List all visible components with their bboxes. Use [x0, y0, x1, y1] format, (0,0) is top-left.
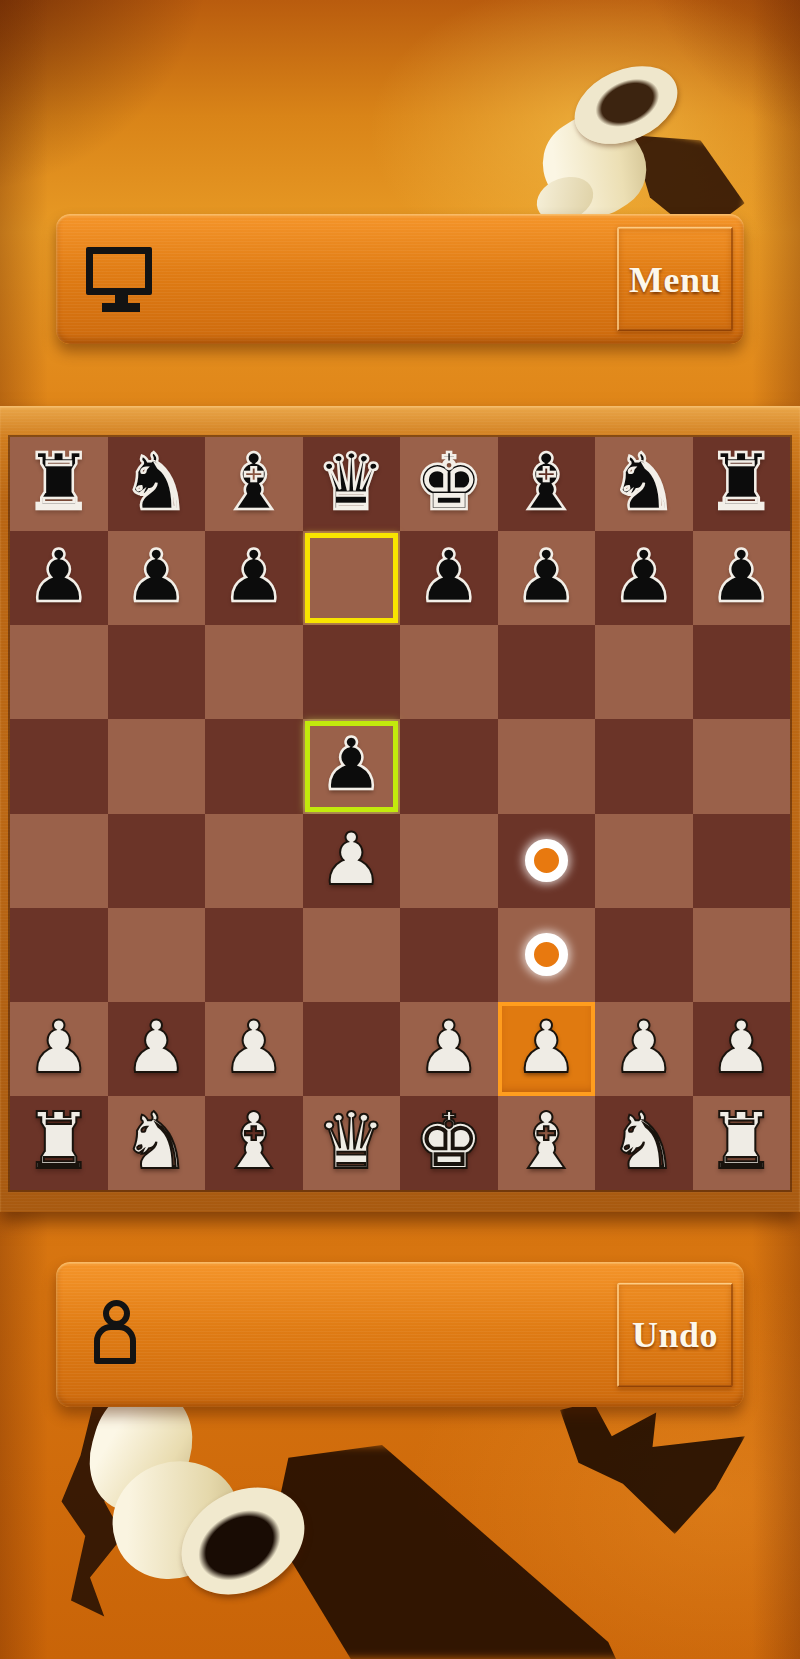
white-rook-a1: ♜ [24, 1102, 94, 1180]
menu-button[interactable]: Menu [617, 227, 733, 332]
undo-button-label: Undo [632, 1314, 718, 1356]
square-h4[interactable] [693, 814, 791, 908]
square-a2[interactable]: ♟ [10, 1002, 108, 1096]
square-b3[interactable] [108, 908, 206, 1002]
black-knight-g8: ♞ [609, 443, 679, 521]
square-a8[interactable]: ♜ [10, 437, 108, 531]
square-d4[interactable]: ♟ [303, 814, 401, 908]
square-c8[interactable]: ♝ [205, 437, 303, 531]
square-e4[interactable] [400, 814, 498, 908]
square-h2[interactable]: ♟ [693, 1002, 791, 1096]
square-f3[interactable] [498, 908, 596, 1002]
white-queen-d1: ♛ [316, 1102, 386, 1180]
square-d7[interactable] [303, 531, 401, 625]
white-bishop-c1: ♝ [219, 1102, 289, 1180]
white-bishop-f1: ♝ [511, 1102, 581, 1180]
square-c5[interactable] [205, 719, 303, 813]
white-king-e1: ♚ [414, 1102, 484, 1180]
board-squares: ♜♞♝♛♚♝♞♜♟♟♟♟♟♟♟♟♟♟♟♟♟♟♟♟♜♞♝♛♚♝♞♜ [10, 437, 790, 1190]
white-pawn-g2: ♟ [611, 1011, 676, 1083]
square-f6[interactable] [498, 625, 596, 719]
knight-shadow-right-bottom [560, 1402, 745, 1534]
square-a7[interactable]: ♟ [10, 531, 108, 625]
square-d8[interactable]: ♛ [303, 437, 401, 531]
undo-button[interactable]: Undo [617, 1282, 733, 1387]
black-rook-h8: ♜ [706, 443, 776, 521]
square-e2[interactable]: ♟ [400, 1002, 498, 1096]
black-pawn-e7: ♟ [416, 540, 481, 612]
square-f7[interactable]: ♟ [498, 531, 596, 625]
square-c3[interactable] [205, 908, 303, 1002]
square-b6[interactable] [108, 625, 206, 719]
square-b7[interactable]: ♟ [108, 531, 206, 625]
square-b5[interactable] [108, 719, 206, 813]
square-a1[interactable]: ♜ [10, 1096, 108, 1190]
square-f8[interactable]: ♝ [498, 437, 596, 531]
white-knight-b1: ♞ [121, 1102, 191, 1180]
square-c4[interactable] [205, 814, 303, 908]
square-f1[interactable]: ♝ [498, 1096, 596, 1190]
black-pawn-h7: ♟ [709, 540, 774, 612]
monitor-stem [115, 295, 128, 303]
white-pawn-a2: ♟ [26, 1011, 91, 1083]
square-g5[interactable] [595, 719, 693, 813]
square-d3[interactable] [303, 908, 401, 1002]
square-a5[interactable] [10, 719, 108, 813]
opponent-bar: Menu [56, 214, 744, 344]
square-b2[interactable]: ♟ [108, 1002, 206, 1096]
square-g4[interactable] [595, 814, 693, 908]
square-g2[interactable]: ♟ [595, 1002, 693, 1096]
black-queen-d8: ♛ [316, 443, 386, 521]
white-pawn-e2: ♟ [416, 1011, 481, 1083]
white-pawn-b2: ♟ [124, 1011, 189, 1083]
move-hint-dot-f3[interactable] [525, 933, 568, 976]
square-b8[interactable]: ♞ [108, 437, 206, 531]
square-g8[interactable]: ♞ [595, 437, 693, 531]
white-pawn-c2: ♟ [221, 1011, 286, 1083]
black-bishop-f8: ♝ [511, 443, 581, 521]
square-a6[interactable] [10, 625, 108, 719]
square-f5[interactable] [498, 719, 596, 813]
square-e3[interactable] [400, 908, 498, 1002]
black-rook-a8: ♜ [24, 443, 94, 521]
square-e8[interactable]: ♚ [400, 437, 498, 531]
computer-player-icon [86, 247, 156, 311]
square-c1[interactable]: ♝ [205, 1096, 303, 1190]
person-body [94, 1324, 136, 1364]
square-c6[interactable] [205, 625, 303, 719]
square-b1[interactable]: ♞ [108, 1096, 206, 1190]
black-king-e8: ♚ [414, 443, 484, 521]
app-root: Menu ♜♞♝♛♚♝♞♜♟♟♟♟♟♟♟♟♟♟♟♟♟♟♟♟♜♞♝♛♚♝♞♜ Un… [0, 0, 800, 1659]
black-pawn-c7: ♟ [221, 540, 286, 612]
square-d1[interactable]: ♛ [303, 1096, 401, 1190]
square-f4[interactable] [498, 814, 596, 908]
black-pawn-g7: ♟ [611, 540, 676, 612]
square-g7[interactable]: ♟ [595, 531, 693, 625]
square-g1[interactable]: ♞ [595, 1096, 693, 1190]
square-d2[interactable] [303, 1002, 401, 1096]
menu-button-label: Menu [629, 258, 721, 300]
white-pawn-f2: ♟ [514, 1011, 579, 1083]
square-h6[interactable] [693, 625, 791, 719]
square-d5[interactable]: ♟ [303, 719, 401, 813]
white-knight-g1: ♞ [609, 1102, 679, 1180]
square-a3[interactable] [10, 908, 108, 1002]
black-pawn-a7: ♟ [26, 540, 91, 612]
square-b4[interactable] [108, 814, 206, 908]
square-e7[interactable]: ♟ [400, 531, 498, 625]
square-f2[interactable]: ♟ [498, 1002, 596, 1096]
move-hint-dot-f4[interactable] [525, 839, 568, 882]
chess-board: ♜♞♝♛♚♝♞♜♟♟♟♟♟♟♟♟♟♟♟♟♟♟♟♟♜♞♝♛♚♝♞♜ [0, 406, 800, 1212]
square-h5[interactable] [693, 719, 791, 813]
player-bar: Undo [56, 1262, 744, 1407]
monitor-base [102, 303, 140, 312]
knight-long-shadow-bottom [265, 1445, 655, 1659]
square-e5[interactable] [400, 719, 498, 813]
square-c2[interactable]: ♟ [205, 1002, 303, 1096]
square-e6[interactable] [400, 625, 498, 719]
square-c7[interactable]: ♟ [205, 531, 303, 625]
white-pawn-d4: ♟ [319, 823, 384, 895]
square-h7[interactable]: ♟ [693, 531, 791, 625]
square-e1[interactable]: ♚ [400, 1096, 498, 1190]
square-g6[interactable] [595, 625, 693, 719]
black-knight-b8: ♞ [121, 443, 191, 521]
white-rook-h1: ♜ [706, 1102, 776, 1180]
square-a4[interactable] [10, 814, 108, 908]
person-head [103, 1300, 130, 1327]
black-pawn-d5: ♟ [319, 728, 384, 800]
square-h8[interactable]: ♜ [693, 437, 791, 531]
white-pawn-h2: ♟ [709, 1011, 774, 1083]
black-pawn-f7: ♟ [514, 540, 579, 612]
square-g3[interactable] [595, 908, 693, 1002]
square-h1[interactable]: ♜ [693, 1096, 791, 1190]
square-h3[interactable] [693, 908, 791, 1002]
black-pawn-b7: ♟ [124, 540, 189, 612]
black-bishop-c8: ♝ [219, 443, 289, 521]
monitor-screen [86, 247, 152, 295]
square-d6[interactable] [303, 625, 401, 719]
human-player-icon [94, 1300, 140, 1370]
